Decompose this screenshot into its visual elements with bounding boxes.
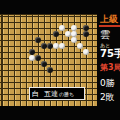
stone-black (35, 55, 41, 61)
stone-white (83, 49, 89, 55)
stone-black (83, 31, 89, 37)
opponent-name: 雲 (100, 30, 110, 40)
result-player: 白 (32, 89, 39, 99)
level-underline (99, 25, 120, 27)
round-label: 第3局 (100, 64, 120, 72)
stone-white (29, 55, 35, 61)
stone-white (59, 25, 65, 31)
stone-black (41, 61, 47, 67)
result-main: 五連 (44, 89, 58, 99)
result-suffix: の勝ち (59, 91, 74, 97)
losses-count: 2敗 (100, 93, 115, 102)
moves-remaining-value: 75手 (100, 49, 120, 59)
sidebar: 上級 雲 あと 75手 第3局 0勝 2敗 (97, 0, 120, 120)
stone-white (59, 43, 65, 49)
result-message-box: 白 五連 の勝ち (29, 87, 85, 100)
stone-white (77, 43, 83, 49)
stone-white (71, 37, 77, 43)
stone-black (47, 67, 53, 73)
level-label: 上級 (100, 15, 118, 24)
stone-black (35, 37, 41, 43)
game-screen: 上級 雲 あと 75手 第3局 0勝 2敗 白 五連 の勝ち (0, 0, 120, 120)
stone-black (53, 31, 59, 37)
wins-count: 0勝 (100, 79, 115, 88)
